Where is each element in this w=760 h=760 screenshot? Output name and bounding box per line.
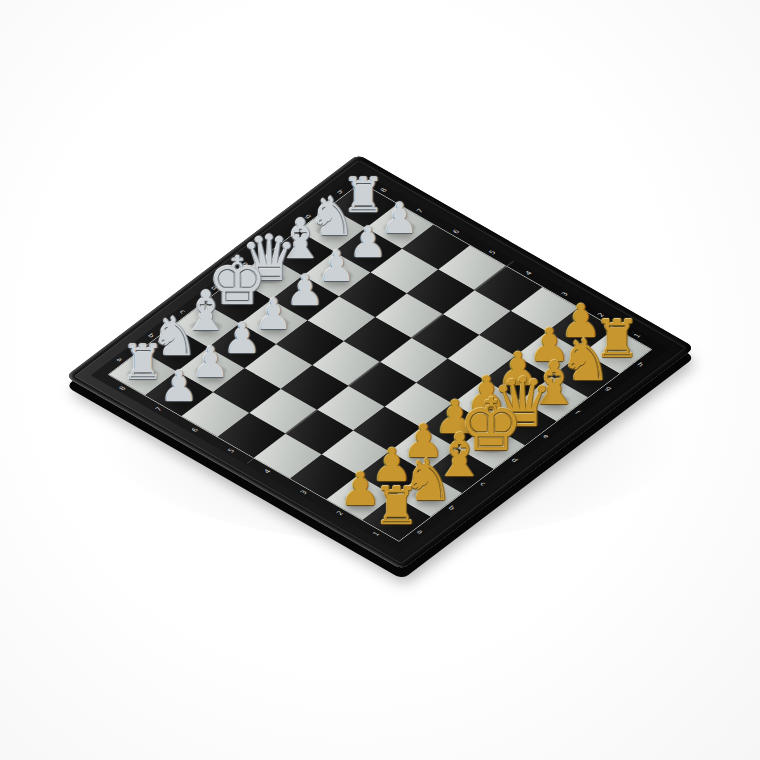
- piece-gold-rook-a1[interactable]: ♜: [373, 480, 420, 532]
- product-photo-canvas: ♜♞♝♚♛♝♞♜♟♟♟♟♟♟♟♟♟♟♟♟♟♟♟♟♜♞♝♚♛♝♞♜ 88aa77b…: [0, 0, 760, 760]
- rank-label-4-left: 4: [262, 468, 272, 474]
- rank-label-5-left: 5: [226, 448, 236, 454]
- rank-label-3-left: 3: [299, 489, 309, 495]
- piece-silver-pawn-a7[interactable]: ♟: [160, 365, 198, 407]
- piece-silver-rook-a8[interactable]: ♜: [122, 339, 165, 387]
- rank-label-6-left: 6: [190, 427, 200, 433]
